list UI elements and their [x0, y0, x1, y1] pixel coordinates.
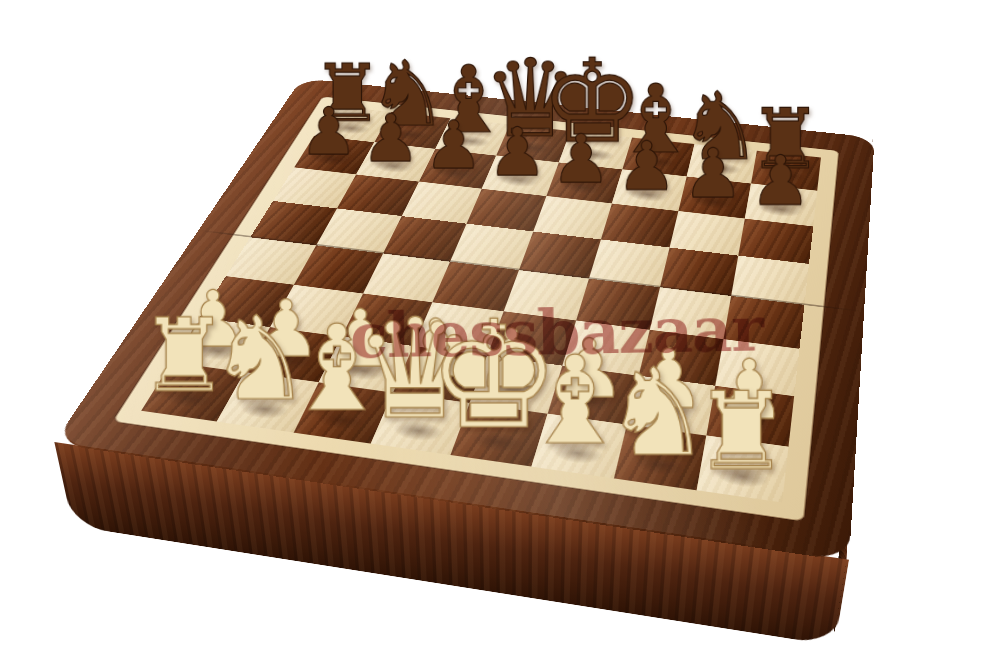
product-photo-scene: ♜♞♝♛♚♝♞♜♟♟♟♟♟♟♟♟♟♟♟♟♟♟♟♟♜♞♝♛♚♝♞♜ chessba… [0, 0, 1000, 667]
piece-black-pawn[interactable]: ♟ [682, 139, 743, 207]
square-c7[interactable]: ♟ [419, 149, 497, 189]
piece-black-pawn[interactable]: ♟ [300, 99, 358, 164]
board-frame: ♜♞♝♛♚♝♞♜♟♟♟♟♟♟♟♟♟♟♟♟♟♟♟♟♜♞♝♛♚♝♞♜ [53, 78, 874, 561]
board-grid: ♜♞♝♛♚♝♞♜♟♟♟♟♟♟♟♟♟♟♟♟♟♟♟♟♜♞♝♛♚♝♞♜ [141, 106, 821, 503]
square-f7[interactable]: ♟ [612, 169, 687, 210]
piece-black-pawn[interactable]: ♟ [616, 132, 677, 200]
square-d6[interactable] [467, 189, 547, 232]
square-f6[interactable] [601, 203, 678, 247]
square-g6[interactable] [669, 211, 745, 256]
piece-white-rook[interactable]: ♜ [693, 378, 789, 485]
piece-black-pawn[interactable]: ♟ [361, 106, 420, 172]
chess-board: ♜♞♝♛♚♝♞♜♟♟♟♟♟♟♟♟♟♟♟♟♟♟♟♟♜♞♝♛♚♝♞♜ [53, 78, 874, 561]
piece-black-pawn[interactable]: ♟ [749, 147, 810, 215]
piece-black-pawn[interactable]: ♟ [551, 126, 611, 193]
piece-black-pawn[interactable]: ♟ [424, 112, 483, 178]
piece-black-pawn[interactable]: ♟ [487, 119, 547, 186]
